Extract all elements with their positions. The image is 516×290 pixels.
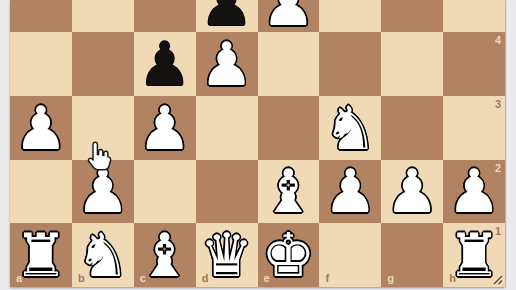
rank-label-3: 3 (495, 99, 501, 110)
hand-pointer-cursor (85, 140, 112, 173)
square-h5[interactable] (443, 0, 505, 32)
white-pawn[interactable]: ♟ (134, 96, 196, 160)
white-king[interactable]: ♚ (258, 223, 320, 287)
square-f2[interactable]: ♟ (319, 160, 381, 224)
square-b4[interactable] (72, 32, 134, 96)
square-g1[interactable]: g (381, 223, 443, 287)
square-e4[interactable] (258, 32, 320, 96)
square-h2[interactable]: ♟2 (443, 160, 505, 224)
white-bishop[interactable]: ♝ (134, 223, 196, 287)
square-c3[interactable]: ♟ (134, 96, 196, 160)
white-knight[interactable]: ♞ (319, 96, 381, 160)
black-pawn[interactable]: ♟ (134, 32, 196, 96)
square-a2[interactable] (10, 160, 72, 224)
white-knight[interactable]: ♞ (72, 223, 134, 287)
rank-label-4: 4 (495, 35, 501, 46)
white-pawn[interactable]: ♟ (10, 96, 72, 160)
white-pawn[interactable]: ♟ (196, 32, 258, 96)
square-g2[interactable]: ♟ (381, 160, 443, 224)
square-f1[interactable]: f (319, 223, 381, 287)
white-pawn[interactable]: ♟ (319, 160, 381, 224)
square-e1[interactable]: ♚e (258, 223, 320, 287)
square-h3[interactable]: 3 (443, 96, 505, 160)
square-d3[interactable] (196, 96, 258, 160)
file-label-f: f (325, 273, 329, 284)
square-c5[interactable] (134, 0, 196, 32)
square-c1[interactable]: ♝c (134, 223, 196, 287)
square-h4[interactable]: 4 (443, 32, 505, 96)
square-e3[interactable] (258, 96, 320, 160)
white-pawn[interactable]: ♟ (443, 160, 505, 224)
square-c4[interactable]: ♟ (134, 32, 196, 96)
white-bishop[interactable]: ♝ (258, 160, 320, 224)
square-f5[interactable] (319, 0, 381, 32)
square-a5[interactable] (10, 0, 72, 32)
square-a3[interactable]: ♟ (10, 96, 72, 160)
white-rook[interactable]: ♜ (10, 223, 72, 287)
square-e2[interactable]: ♝ (258, 160, 320, 224)
file-label-g: g (387, 273, 394, 284)
white-queen[interactable]: ♛ (196, 223, 258, 287)
square-b5[interactable] (72, 0, 134, 32)
black-pawn[interactable]: ♟ (196, 0, 258, 32)
white-pawn[interactable]: ♟ (381, 160, 443, 224)
square-b1[interactable]: ♞b (72, 223, 134, 287)
page-background: ♟♟♟♟4♟♟♞3♟♝♟♟♟2♜a♞b♝c♛d♚efg♜1h (0, 0, 516, 290)
square-g5[interactable] (381, 0, 443, 32)
square-d1[interactable]: ♛d (196, 223, 258, 287)
square-a4[interactable] (10, 32, 72, 96)
white-pawn[interactable]: ♟ (258, 0, 320, 32)
square-d4[interactable]: ♟ (196, 32, 258, 96)
square-f4[interactable] (319, 32, 381, 96)
square-f3[interactable]: ♞ (319, 96, 381, 160)
square-g4[interactable] (381, 32, 443, 96)
square-g3[interactable] (381, 96, 443, 160)
square-d5[interactable]: ♟ (196, 0, 258, 32)
square-d2[interactable] (196, 160, 258, 224)
square-e5[interactable]: ♟ (258, 0, 320, 32)
board-resize-handle-icon[interactable] (490, 272, 503, 285)
square-a1[interactable]: ♜a (10, 223, 72, 287)
square-c2[interactable] (134, 160, 196, 224)
